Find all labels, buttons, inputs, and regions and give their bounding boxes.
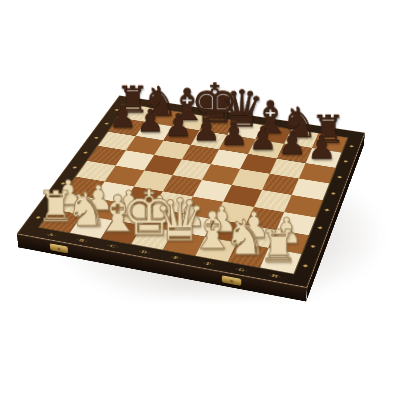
chess-board: ♜♞♝♚♛♝♞♜♟♟♟♟♟♟♟♟♟♟♟♟♟♟♟♟♜♞♝♚♛♝♞♜ ABCDEFG…: [17, 95, 365, 287]
piece-white-rook: ♜: [258, 224, 298, 268]
piece-black-pawn: ♟: [192, 113, 220, 145]
product-photo: ♜♞♝♚♛♝♞♜♟♟♟♟♟♟♟♟♟♟♟♟♟♟♟♟♜♞♝♚♛♝♞♜ ABCDEFG…: [0, 0, 400, 400]
piece-black-pawn: ♟: [137, 105, 165, 136]
square-d5: [173, 160, 211, 180]
board-top-face: ♜♞♝♚♛♝♞♜♟♟♟♟♟♟♟♟♟♟♟♟♟♟♟♟♜♞♝♚♛♝♞♜ ABCDEFG…: [17, 95, 365, 287]
piece-black-pawn: ♟: [109, 101, 137, 132]
brass-clasp-icon: [50, 243, 68, 253]
piece-black-pawn: ♟: [164, 109, 192, 140]
square-e5: [202, 164, 240, 185]
piece-black-pawn: ♟: [249, 122, 278, 154]
brass-clasp-icon: [222, 275, 241, 286]
piece-black-pawn: ♟: [278, 127, 307, 159]
piece-black-pawn: ♟: [220, 118, 248, 150]
piece-black-pawn: ♟: [307, 131, 336, 163]
